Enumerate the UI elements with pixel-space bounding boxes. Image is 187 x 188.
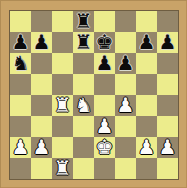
square-e2[interactable]: ♚ [94, 137, 115, 158]
black-rook-piece[interactable]: ♜ [75, 11, 93, 32]
white-pawn-piece[interactable]: ♟ [138, 137, 156, 158]
square-c2[interactable] [52, 137, 73, 158]
square-h2[interactable]: ♟ [157, 137, 178, 158]
square-c7[interactable] [52, 32, 73, 53]
square-e3[interactable]: ♟ [94, 116, 115, 137]
square-c5[interactable] [52, 74, 73, 95]
square-c8[interactable] [52, 11, 73, 32]
square-a1[interactable] [10, 158, 31, 179]
black-king-piece[interactable]: ♚ [96, 32, 114, 53]
square-c6[interactable] [52, 53, 73, 74]
square-a2[interactable]: ♟ [10, 137, 31, 158]
white-pawn-piece[interactable]: ♟ [12, 137, 30, 158]
square-f8[interactable] [115, 11, 136, 32]
square-g3[interactable] [136, 116, 157, 137]
square-c3[interactable] [52, 116, 73, 137]
black-pawn-piece[interactable]: ♟ [33, 32, 51, 53]
square-a6[interactable]: ♞ [10, 53, 31, 74]
square-f7[interactable] [115, 32, 136, 53]
square-b6[interactable] [31, 53, 52, 74]
square-f5[interactable] [115, 74, 136, 95]
square-h8[interactable] [157, 11, 178, 32]
square-e4[interactable] [94, 95, 115, 116]
square-h1[interactable] [157, 158, 178, 179]
square-g5[interactable] [136, 74, 157, 95]
square-b2[interactable]: ♟ [31, 137, 52, 158]
white-rook-piece[interactable]: ♜ [54, 95, 72, 116]
square-g8[interactable] [136, 11, 157, 32]
square-d5[interactable] [73, 74, 94, 95]
square-d4[interactable]: ♞ [73, 95, 94, 116]
white-pawn-piece[interactable]: ♟ [117, 95, 135, 116]
square-f2[interactable] [115, 137, 136, 158]
square-d8[interactable]: ♜ [73, 11, 94, 32]
chess-board: ♜♟♟♜♚♟♟♞♟♟♜♞♟♟♟♟♚♟♟♜ [10, 11, 178, 179]
square-f4[interactable]: ♟ [115, 95, 136, 116]
square-e8[interactable] [94, 11, 115, 32]
black-pawn-piece[interactable]: ♟ [138, 32, 156, 53]
black-pawn-piece[interactable]: ♟ [117, 53, 135, 74]
square-g4[interactable] [136, 95, 157, 116]
square-e5[interactable] [94, 74, 115, 95]
square-b7[interactable]: ♟ [31, 32, 52, 53]
white-pawn-piece[interactable]: ♟ [96, 116, 114, 137]
square-b4[interactable] [31, 95, 52, 116]
black-pawn-piece[interactable]: ♟ [12, 32, 30, 53]
square-f1[interactable] [115, 158, 136, 179]
square-e7[interactable]: ♚ [94, 32, 115, 53]
white-knight-piece[interactable]: ♞ [75, 95, 93, 116]
square-d2[interactable] [73, 137, 94, 158]
square-a7[interactable]: ♟ [10, 32, 31, 53]
square-g1[interactable] [136, 158, 157, 179]
square-e6[interactable]: ♟ [94, 53, 115, 74]
square-c4[interactable]: ♜ [52, 95, 73, 116]
square-h4[interactable] [157, 95, 178, 116]
white-rook-piece[interactable]: ♜ [54, 158, 72, 179]
white-pawn-piece[interactable]: ♟ [159, 137, 177, 158]
square-b1[interactable] [31, 158, 52, 179]
square-d7[interactable]: ♜ [73, 32, 94, 53]
square-h5[interactable] [157, 74, 178, 95]
square-b3[interactable] [31, 116, 52, 137]
square-h7[interactable]: ♟ [157, 32, 178, 53]
square-d3[interactable] [73, 116, 94, 137]
square-a4[interactable] [10, 95, 31, 116]
white-pawn-piece[interactable]: ♟ [33, 137, 51, 158]
square-g6[interactable] [136, 53, 157, 74]
black-rook-piece[interactable]: ♜ [75, 32, 93, 53]
square-d1[interactable] [73, 158, 94, 179]
square-c1[interactable]: ♜ [52, 158, 73, 179]
square-b5[interactable] [31, 74, 52, 95]
chess-app-window: ♜♟♟♜♚♟♟♞♟♟♜♞♟♟♟♟♚♟♟♜ [0, 0, 187, 188]
black-pawn-piece[interactable]: ♟ [96, 53, 114, 74]
square-e1[interactable] [94, 158, 115, 179]
square-f3[interactable] [115, 116, 136, 137]
white-king-piece[interactable]: ♚ [96, 137, 114, 158]
black-pawn-piece[interactable]: ♟ [159, 32, 177, 53]
square-g7[interactable]: ♟ [136, 32, 157, 53]
square-h3[interactable] [157, 116, 178, 137]
square-f6[interactable]: ♟ [115, 53, 136, 74]
square-d6[interactable] [73, 53, 94, 74]
black-knight-piece[interactable]: ♞ [12, 53, 30, 74]
square-a8[interactable] [10, 11, 31, 32]
square-a5[interactable] [10, 74, 31, 95]
square-a3[interactable] [10, 116, 31, 137]
square-b8[interactable] [31, 11, 52, 32]
square-g2[interactable]: ♟ [136, 137, 157, 158]
square-h6[interactable] [157, 53, 178, 74]
